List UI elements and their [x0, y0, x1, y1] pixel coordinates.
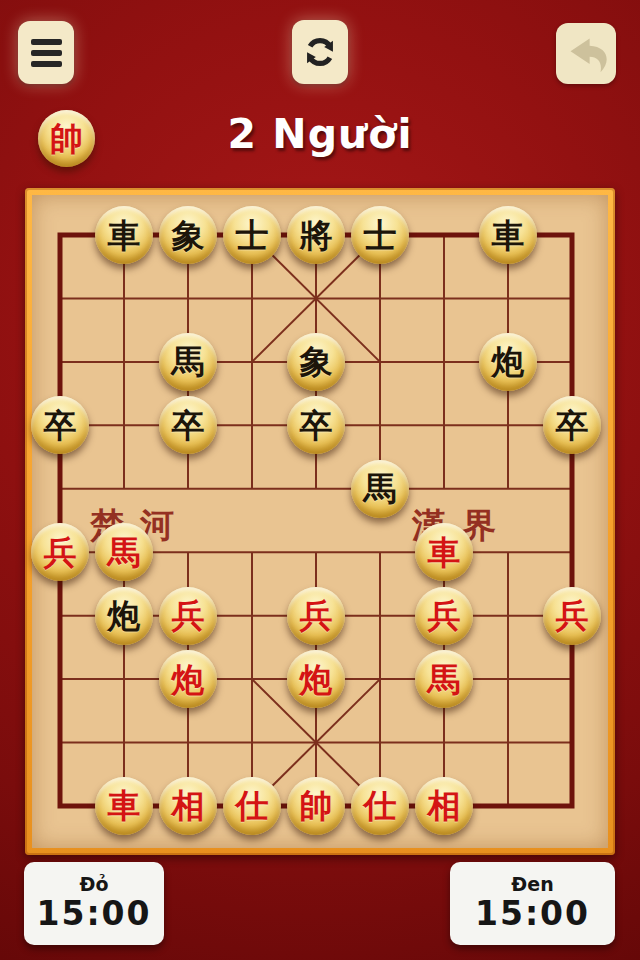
piece-相-red[interactable]: 相: [159, 777, 217, 835]
piece-仕-red[interactable]: 仕: [223, 777, 281, 835]
piece-炮-red[interactable]: 炮: [287, 650, 345, 708]
undo-button[interactable]: [556, 23, 616, 84]
undo-icon: [564, 34, 608, 74]
xiangqi-board[interactable]: 楚河 漢界 車象士將士車馬象炮卒卒卒卒馬兵馬車炮兵兵兵兵炮炮馬車相仕帥仕相: [25, 188, 615, 855]
piece-卒-black[interactable]: 卒: [31, 396, 89, 454]
piece-馬-red[interactable]: 馬: [415, 650, 473, 708]
piece-馬-black[interactable]: 馬: [159, 333, 217, 391]
clock-red: Đỏ 15:00: [24, 862, 164, 945]
piece-象-black[interactable]: 象: [287, 333, 345, 391]
piece-炮-red[interactable]: 炮: [159, 650, 217, 708]
piece-車-red[interactable]: 車: [95, 777, 153, 835]
piece-車-red[interactable]: 車: [415, 523, 473, 581]
restart-button[interactable]: [292, 20, 348, 84]
menu-button[interactable]: [18, 21, 74, 84]
piece-象-black[interactable]: 象: [159, 206, 217, 264]
piece-士-black[interactable]: 士: [223, 206, 281, 264]
piece-兵-red[interactable]: 兵: [415, 587, 473, 645]
piece-馬-red[interactable]: 馬: [95, 523, 153, 581]
clock-black: Đen 15:00: [450, 862, 615, 945]
piece-相-red[interactable]: 相: [415, 777, 473, 835]
piece-卒-black[interactable]: 卒: [159, 396, 217, 454]
piece-卒-black[interactable]: 卒: [543, 396, 601, 454]
piece-炮-black[interactable]: 炮: [479, 333, 537, 391]
piece-車-black[interactable]: 車: [95, 206, 153, 264]
piece-將-black[interactable]: 將: [287, 206, 345, 264]
piece-炮-black[interactable]: 炮: [95, 587, 153, 645]
piece-帥-red[interactable]: 帥: [287, 777, 345, 835]
piece-兵-red[interactable]: 兵: [159, 587, 217, 645]
clock-red-label: Đỏ: [80, 874, 109, 896]
piece-兵-red[interactable]: 兵: [287, 587, 345, 645]
piece-士-black[interactable]: 士: [351, 206, 409, 264]
piece-馬-black[interactable]: 馬: [351, 460, 409, 518]
clock-red-time: 15:00: [36, 896, 151, 932]
clock-black-time: 15:00: [475, 896, 590, 932]
piece-車-black[interactable]: 車: [479, 206, 537, 264]
board-wood-surface: 楚河 漢界 車象士將士車馬象炮卒卒卒卒馬兵馬車炮兵兵兵兵炮炮馬車相仕帥仕相: [32, 195, 608, 848]
piece-兵-red[interactable]: 兵: [31, 523, 89, 581]
refresh-icon: [299, 31, 341, 73]
page-title: 2 Người: [0, 110, 640, 158]
piece-兵-red[interactable]: 兵: [543, 587, 601, 645]
piece-仕-red[interactable]: 仕: [351, 777, 409, 835]
clock-black-label: Đen: [511, 874, 553, 896]
hamburger-icon: [31, 39, 62, 67]
piece-卒-black[interactable]: 卒: [287, 396, 345, 454]
